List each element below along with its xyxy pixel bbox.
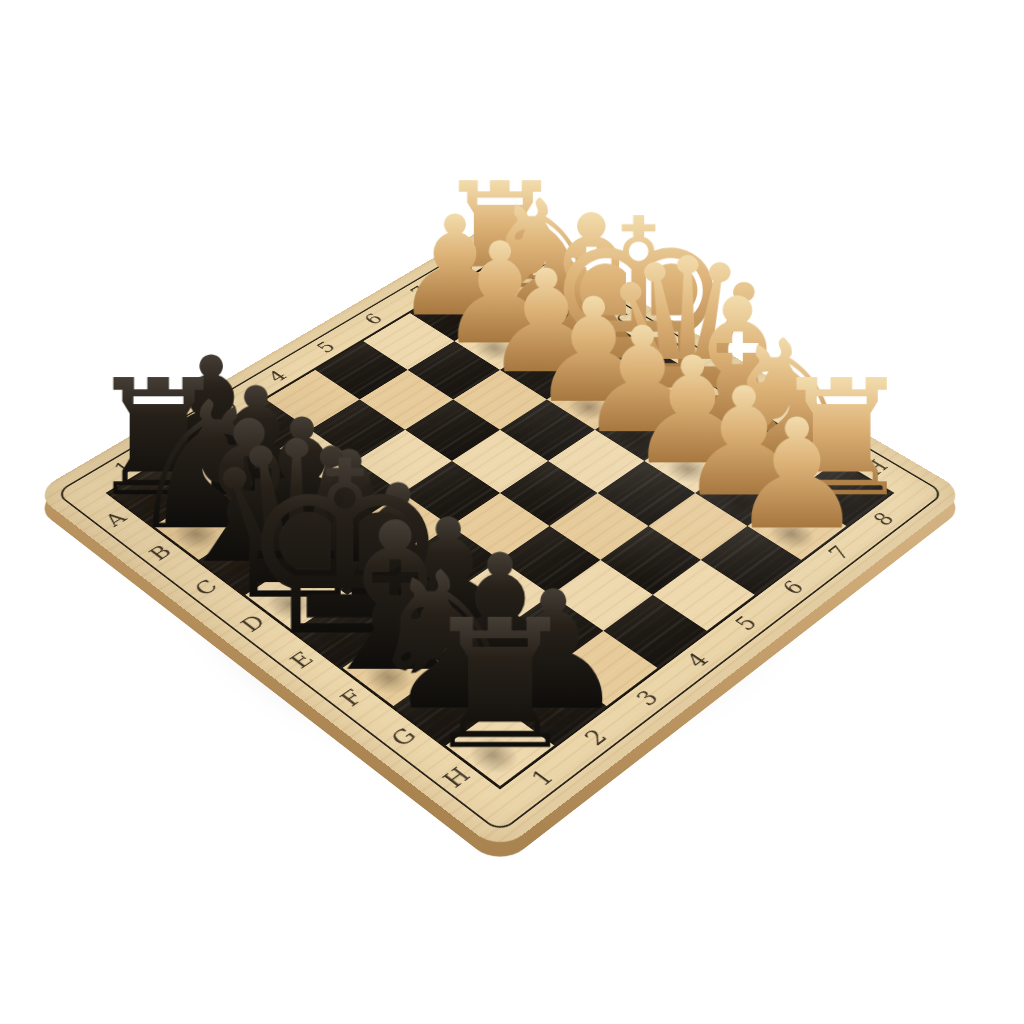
pawn-icon: ♟	[729, 398, 865, 550]
chessboard: AABBCCDDEEFFGGHH8877665544332211 ♜♞♝♚♛♝♞…	[33, 219, 966, 852]
photo-stage: AABBCCDDEEFFGGHH8877665544332211 ♜♞♝♚♛♝♞…	[0, 0, 1024, 1024]
piece-glyph-h7: ♟	[729, 398, 865, 550]
piece-glyph-h1: ♜	[420, 596, 579, 773]
scene-3d: AABBCCDDEEFFGGHH8877665544332211 ♜♞♝♚♛♝♞…	[0, 0, 1024, 1024]
pieces-layer: ♜♞♝♚♛♝♞♜♟♟♟♟♟♟♟♟♟♟♟♟♟♟♟♟♜♞♝♛♚♝♞♜	[33, 219, 966, 852]
board-tilt-plane: AABBCCDDEEFFGGHH8877665544332211 ♜♞♝♚♛♝♞…	[33, 219, 966, 852]
rook-icon: ♜	[420, 596, 579, 773]
